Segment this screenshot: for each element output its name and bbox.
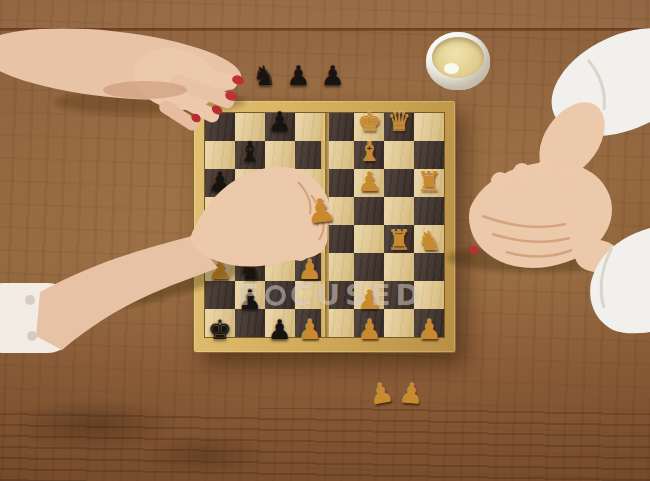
captured-white-pawn[interactable]: ♟: [398, 379, 424, 408]
table-scene: ♟♚♛♝♝♟♟♜♟♟♜♞♟♞♟♟♟♚♟♟♟♟ ♞♟♟ ♟♟ ♟: [0, 0, 650, 481]
black-pawn[interactable]: ♟: [235, 226, 265, 254]
white-king[interactable]: ♚: [354, 107, 384, 135]
white-pawn[interactable]: ♟: [295, 315, 325, 343]
table-plank-seam: [0, 28, 650, 31]
square-r3c2[interactable]: [235, 169, 265, 197]
square-r2c5[interactable]: [325, 141, 355, 169]
square-r4c6[interactable]: [354, 197, 384, 225]
lace-cuff: [0, 283, 74, 353]
tea-surface: [432, 37, 484, 78]
watermark-suffix: CUSED: [290, 278, 425, 312]
table-plank: [0, 0, 650, 28]
tea-highlight: [444, 63, 459, 74]
square-r1c8[interactable]: [414, 113, 444, 141]
black-pawn[interactable]: ♟: [265, 107, 295, 135]
captured-white-pieces: ♟♟: [369, 380, 423, 407]
square-r5c6[interactable]: [354, 225, 384, 253]
square-r3c3[interactable]: [265, 169, 295, 197]
red-nail: [231, 74, 245, 86]
wood-grain-streaks: [0, 408, 650, 481]
white-rook[interactable]: ♜: [384, 226, 414, 254]
square-r6c7[interactable]: [384, 253, 414, 281]
black-king[interactable]: ♚: [205, 315, 235, 343]
white-pawn[interactable]: ♟: [414, 315, 444, 343]
captured-black-knight[interactable]: ♞: [252, 62, 276, 89]
square-r4c7[interactable]: [384, 197, 414, 225]
square-r4c3[interactable]: [265, 197, 295, 225]
tea-cup: [424, 30, 496, 94]
white-sleeve-lower: [590, 228, 650, 333]
captured-black-pieces: ♞♟♟: [252, 62, 345, 89]
captured-black-pawn[interactable]: ♟: [320, 62, 344, 89]
square-r6c6[interactable]: [354, 253, 384, 281]
square-r3c7[interactable]: [384, 169, 414, 197]
black-pawn[interactable]: ♟: [265, 315, 295, 343]
square-r6c5[interactable]: [325, 253, 355, 281]
white-pawn[interactable]: ♟: [354, 167, 384, 195]
square-r1c1[interactable]: [205, 113, 235, 141]
white-bishop[interactable]: ♝: [354, 137, 384, 165]
clasped-hands: [469, 162, 612, 268]
square-r2c3[interactable]: [265, 141, 295, 169]
square-r5c3[interactable]: [265, 225, 295, 253]
white-pawn[interactable]: ♟: [354, 315, 384, 343]
square-r4c1[interactable]: [205, 197, 235, 225]
stock-watermark: FCUSED: [222, 278, 442, 312]
white-queen[interactable]: ♛: [384, 107, 414, 135]
square-r8c5[interactable]: [325, 309, 355, 337]
black-bishop[interactable]: ♝: [235, 137, 265, 165]
square-r4c8[interactable]: [414, 197, 444, 225]
square-r1c5[interactable]: [325, 113, 355, 141]
black-pawn[interactable]: ♟: [205, 167, 235, 195]
red-nail: [469, 246, 479, 254]
captured-white-pawn[interactable]: ♟: [367, 378, 396, 409]
square-r8c7[interactable]: [384, 309, 414, 337]
white-knight[interactable]: ♞: [414, 226, 444, 254]
held-white-pawn[interactable]: ♟: [304, 193, 337, 229]
square-r6c3[interactable]: [265, 253, 295, 281]
square-r2c7[interactable]: [384, 141, 414, 169]
white-rook[interactable]: ♜: [414, 167, 444, 195]
watermark-prefix: F: [239, 278, 264, 312]
square-r4c2[interactable]: [235, 197, 265, 225]
black-pawn[interactable]: ♟: [205, 226, 235, 254]
captured-black-pawn[interactable]: ♟: [286, 62, 310, 89]
square-r6c8[interactable]: [414, 253, 444, 281]
watermark-aperture-o: [265, 285, 286, 306]
